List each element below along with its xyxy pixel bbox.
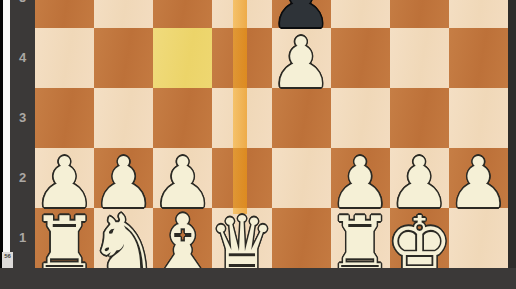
piece-white-pawn-e4[interactable]: ♟ — [272, 33, 331, 93]
piece-white-knight-b1[interactable]: ♞ — [94, 213, 153, 273]
analysis-arrow-d-file — [233, 0, 247, 214]
square-c3[interactable] — [153, 88, 212, 148]
square-b3[interactable] — [94, 88, 153, 148]
square-b4[interactable] — [94, 28, 153, 88]
square-f3[interactable] — [331, 88, 390, 148]
square-c5[interactable] — [153, 0, 212, 28]
square-g4[interactable] — [390, 28, 449, 88]
rank-label-3: 3 — [10, 110, 35, 126]
rank-label-2: 2 — [10, 170, 35, 186]
square-f5[interactable] — [331, 0, 390, 28]
square-a3[interactable] — [35, 88, 94, 148]
file-labels-strip — [0, 268, 516, 289]
piece-white-queen-d1[interactable]: ♛ — [212, 213, 271, 273]
square-h4[interactable] — [449, 28, 508, 88]
piece-white-pawn-h2[interactable]: ♟ — [449, 153, 508, 213]
square-h5[interactable] — [449, 0, 508, 28]
square-g5[interactable] — [390, 0, 449, 28]
piece-white-bishop-c1[interactable]: ♝ — [153, 213, 212, 273]
chess-board-app: ♟♟♟♟♟♟♟♟♜♞♝♛♜♚ 54321 abcdefgh 56 — [0, 0, 516, 289]
rank-label-4: 4 — [10, 50, 35, 66]
piece-white-rook-f1[interactable]: ♜ — [331, 213, 390, 273]
rank-label-5: 5 — [10, 0, 35, 6]
square-a4[interactable] — [35, 28, 94, 88]
square-b5[interactable] — [94, 0, 153, 28]
rank-labels-strip — [10, 0, 35, 268]
square-c4[interactable] — [153, 28, 212, 88]
rank-label-1: 1 — [10, 230, 35, 246]
square-f4[interactable] — [331, 28, 390, 88]
square-g3[interactable] — [390, 88, 449, 148]
corner-badge: 56 — [2, 252, 13, 268]
piece-white-rook-a1[interactable]: ♜ — [35, 213, 94, 273]
square-a5[interactable] — [35, 0, 94, 28]
square-h3[interactable] — [449, 88, 508, 148]
square-e1[interactable] — [272, 208, 331, 268]
vertical-scrollbar[interactable] — [3, 0, 10, 268]
square-e2[interactable] — [272, 148, 331, 208]
piece-white-king-g1[interactable]: ♚ — [390, 213, 449, 273]
